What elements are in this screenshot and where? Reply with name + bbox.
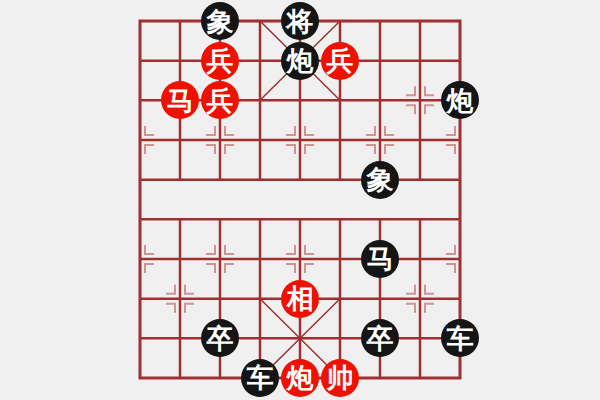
- red-soldier-2[interactable]: 兵: [321, 42, 359, 80]
- black-soldier-2[interactable]: 卒: [361, 319, 399, 357]
- red-soldier-3[interactable]: 兵: [201, 81, 239, 119]
- black-horse[interactable]: 马: [361, 240, 399, 278]
- black-elephant-2[interactable]: 象: [361, 161, 399, 199]
- xiangqi-board-stage: 象将兵炮兵马兵炮象马相卒卒车车炮帅: [0, 0, 600, 400]
- pieces-layer: 象将兵炮兵马兵炮象马相卒卒车车炮帅: [120, 1, 480, 398]
- black-soldier-1[interactable]: 卒: [201, 319, 239, 357]
- red-general[interactable]: 帅: [321, 359, 359, 397]
- red-cannon[interactable]: 炮: [281, 359, 319, 397]
- black-elephant-1[interactable]: 象: [201, 2, 239, 40]
- red-horse[interactable]: 马: [161, 81, 199, 119]
- black-general[interactable]: 将: [281, 2, 319, 40]
- red-soldier-1[interactable]: 兵: [201, 42, 239, 80]
- red-elephant[interactable]: 相: [281, 280, 319, 318]
- black-cannon-2[interactable]: 炮: [441, 81, 479, 119]
- black-cannon-1[interactable]: 炮: [281, 42, 319, 80]
- black-chariot-2[interactable]: 车: [241, 359, 279, 397]
- black-chariot-1[interactable]: 车: [441, 319, 479, 357]
